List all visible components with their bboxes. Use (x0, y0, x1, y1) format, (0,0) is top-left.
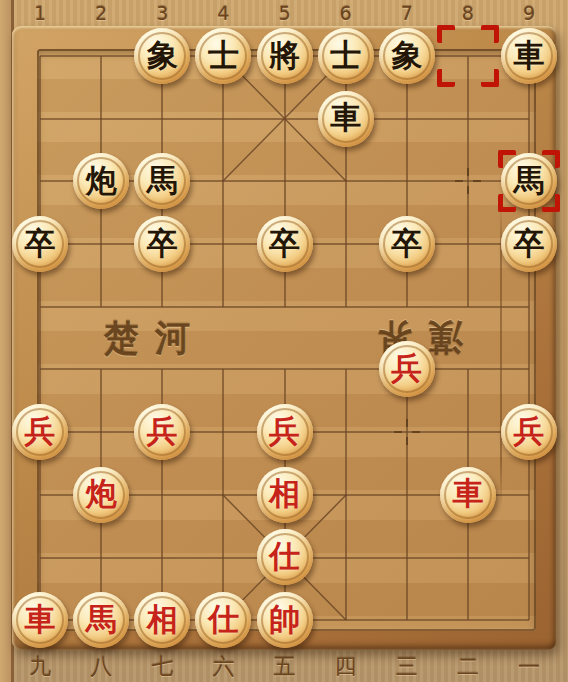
piece-black-soldier[interactable]: 卒 (501, 216, 557, 272)
piece-glyph: 車 (25, 604, 56, 635)
file-label-bottom-3: 七 (148, 652, 176, 682)
piece-black-elephant[interactable]: 象 (134, 28, 190, 84)
piece-black-advisor[interactable]: 士 (195, 28, 251, 84)
piece-glyph: 兵 (269, 416, 300, 447)
piece-glyph: 兵 (147, 416, 178, 447)
file-label-top-7: 7 (396, 2, 418, 24)
piece-black-horse[interactable]: 馬 (501, 153, 557, 209)
piece-red-chariot[interactable]: 車 (440, 467, 496, 523)
piece-red-elephant[interactable]: 相 (257, 467, 313, 523)
piece-black-soldier[interactable]: 卒 (12, 216, 68, 272)
piece-red-chariot[interactable]: 車 (12, 592, 68, 648)
file-label-bottom-6: 四 (332, 652, 360, 682)
piece-glyph: 兵 (514, 416, 545, 447)
piece-glyph: 卒 (25, 228, 56, 259)
file-label-bottom-2: 八 (87, 652, 115, 682)
piece-black-chariot[interactable]: 車 (318, 91, 374, 147)
file-label-top-3: 3 (151, 2, 173, 24)
piece-red-soldier[interactable]: 兵 (134, 404, 190, 460)
piece-black-chariot[interactable]: 車 (501, 28, 557, 84)
piece-glyph: 相 (269, 478, 300, 509)
point-marker (455, 168, 481, 194)
piece-glyph: 象 (147, 40, 178, 71)
piece-glyph: 炮 (86, 478, 117, 509)
piece-glyph: 卒 (147, 228, 178, 259)
piece-glyph: 象 (391, 40, 422, 71)
file-label-bottom-9: 一 (515, 652, 543, 682)
piece-glyph: 車 (514, 40, 545, 71)
file-label-bottom-1: 九 (26, 652, 54, 682)
piece-red-elephant[interactable]: 相 (134, 592, 190, 648)
piece-red-advisor[interactable]: 仕 (195, 592, 251, 648)
piece-red-general[interactable]: 帥 (257, 592, 313, 648)
piece-black-soldier[interactable]: 卒 (379, 216, 435, 272)
piece-glyph: 仕 (208, 604, 239, 635)
piece-glyph: 車 (330, 102, 361, 133)
file-label-top-1: 1 (29, 2, 51, 24)
piece-glyph: 帥 (269, 604, 300, 635)
piece-glyph: 馬 (514, 165, 545, 196)
file-label-top-2: 2 (90, 2, 112, 24)
piece-red-soldier[interactable]: 兵 (257, 404, 313, 460)
piece-black-advisor[interactable]: 士 (318, 28, 374, 84)
file-label-top-8: 8 (457, 2, 479, 24)
piece-glyph: 卒 (269, 228, 300, 259)
piece-glyph: 士 (208, 40, 239, 71)
point-marker (394, 419, 420, 445)
piece-black-general[interactable]: 將 (257, 28, 313, 84)
piece-glyph: 卒 (391, 228, 422, 259)
piece-glyph: 炮 (86, 165, 117, 196)
file-label-bottom-4: 六 (209, 652, 237, 682)
piece-glyph: 馬 (147, 165, 178, 196)
file-label-top-6: 6 (335, 2, 357, 24)
file-label-bottom-5: 五 (271, 652, 299, 682)
piece-red-cannon[interactable]: 炮 (73, 467, 129, 523)
piece-red-soldier[interactable]: 兵 (501, 404, 557, 460)
piece-red-soldier[interactable]: 兵 (12, 404, 68, 460)
file-label-bottom-7: 三 (393, 652, 421, 682)
file-label-top-5: 5 (274, 2, 296, 24)
piece-red-soldier[interactable]: 兵 (379, 341, 435, 397)
piece-glyph: 兵 (391, 353, 422, 384)
piece-black-elephant[interactable]: 象 (379, 28, 435, 84)
piece-red-horse[interactable]: 馬 (73, 592, 129, 648)
piece-glyph: 士 (330, 40, 361, 71)
piece-red-advisor[interactable]: 仕 (257, 529, 313, 585)
piece-glyph: 兵 (25, 416, 56, 447)
piece-glyph: 仕 (269, 541, 300, 572)
river-label-chu-he: 楚河 (88, 316, 222, 360)
xiangqi-board-screen: 楚河 漢界 123456789 九八七六五四三二一 象士將士象車車炮馬馬卒卒卒卒… (0, 0, 568, 682)
file-label-top-4: 4 (212, 2, 234, 24)
piece-glyph: 馬 (86, 604, 117, 635)
piece-glyph: 車 (452, 478, 483, 509)
piece-glyph: 卒 (514, 228, 545, 259)
piece-glyph: 將 (269, 40, 300, 71)
file-label-bottom-8: 二 (454, 652, 482, 682)
piece-glyph: 相 (147, 604, 178, 635)
file-label-top-9: 9 (518, 2, 540, 24)
piece-black-soldier[interactable]: 卒 (134, 216, 190, 272)
piece-black-soldier[interactable]: 卒 (257, 216, 313, 272)
